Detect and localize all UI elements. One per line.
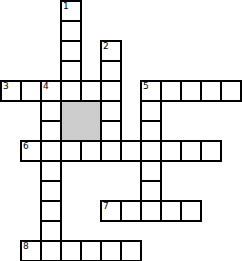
cell-r7c7[interactable] xyxy=(140,140,162,162)
cell-r10c2[interactable] xyxy=(40,200,62,222)
cell-r11c2[interactable] xyxy=(40,220,62,242)
cell-r0c3[interactable] xyxy=(60,0,82,22)
cell-r10c8[interactable] xyxy=(160,200,182,222)
cell-r4c10[interactable] xyxy=(200,80,222,102)
cell-r10c9[interactable] xyxy=(180,200,202,222)
cell-r4c3[interactable] xyxy=(60,80,82,102)
cell-r3c3[interactable] xyxy=(60,60,82,82)
cell-r4c11[interactable] xyxy=(220,80,242,102)
cell-r9c7[interactable] xyxy=(140,180,162,202)
cell-r10c5[interactable] xyxy=(100,200,122,222)
shaded-block xyxy=(60,100,102,142)
cell-r7c3[interactable] xyxy=(60,140,82,162)
cell-r10c7[interactable] xyxy=(140,200,162,222)
cell-r4c1[interactable] xyxy=(20,80,42,102)
cell-r4c2[interactable] xyxy=(40,80,62,102)
cell-r5c5[interactable] xyxy=(100,100,122,122)
cell-r4c5[interactable] xyxy=(100,80,122,102)
cell-r2c5[interactable] xyxy=(100,40,122,62)
cell-r7c6[interactable] xyxy=(120,140,142,162)
cell-r12c1[interactable] xyxy=(20,240,42,261)
cell-r4c0[interactable] xyxy=(0,80,22,102)
cell-r12c3[interactable] xyxy=(60,240,82,261)
cell-r7c2[interactable] xyxy=(40,140,62,162)
cell-r7c5[interactable] xyxy=(100,140,122,162)
cell-r7c1[interactable] xyxy=(20,140,42,162)
cell-r12c6[interactable] xyxy=(120,240,142,261)
cell-r3c5[interactable] xyxy=(100,60,122,82)
cell-r6c7[interactable] xyxy=(140,120,162,142)
cell-r1c3[interactable] xyxy=(60,20,82,42)
cell-r12c4[interactable] xyxy=(80,240,102,261)
cell-r8c2[interactable] xyxy=(40,160,62,182)
cell-r5c7[interactable] xyxy=(140,100,162,122)
cell-r10c6[interactable] xyxy=(120,200,142,222)
cell-r9c2[interactable] xyxy=(40,180,62,202)
cell-r8c7[interactable] xyxy=(140,160,162,182)
cell-r2c3[interactable] xyxy=(60,40,82,62)
cell-r7c10[interactable] xyxy=(200,140,222,162)
cell-r4c8[interactable] xyxy=(160,80,182,102)
cell-r7c9[interactable] xyxy=(180,140,202,162)
cell-r12c2[interactable] xyxy=(40,240,62,261)
cell-r4c7[interactable] xyxy=(140,80,162,102)
cell-r4c9[interactable] xyxy=(180,80,202,102)
cell-r12c5[interactable] xyxy=(100,240,122,261)
cell-r5c2[interactable] xyxy=(40,100,62,122)
cell-r6c5[interactable] xyxy=(100,120,122,142)
cell-r6c2[interactable] xyxy=(40,120,62,142)
crossword-board: 12345678 xyxy=(0,0,242,261)
cell-r7c8[interactable] xyxy=(160,140,182,162)
cell-r7c4[interactable] xyxy=(80,140,102,162)
cell-r4c4[interactable] xyxy=(80,80,102,102)
